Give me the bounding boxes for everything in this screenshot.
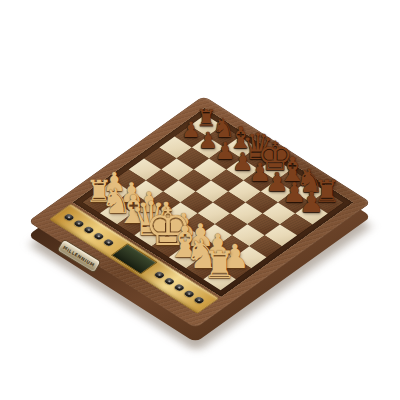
- white-rook[interactable]: ♜: [203, 247, 237, 285]
- black-pawn[interactable]: ♟: [299, 190, 324, 218]
- pieces-layer: ♜♞♝♛♚♝♞♜♟♟♟♟♟♟♟♟♟♟♟♟♟♟♟♟♜♞♝♛♚♝♞♜: [0, 0, 400, 400]
- product-photo-stage: MILLENNIUM ♜♞♝♛♚♝♞♜♟♟♟♟♟♟♟♟♟♟♟♟♟♟♟♟♜♞♝♛♚…: [0, 0, 400, 400]
